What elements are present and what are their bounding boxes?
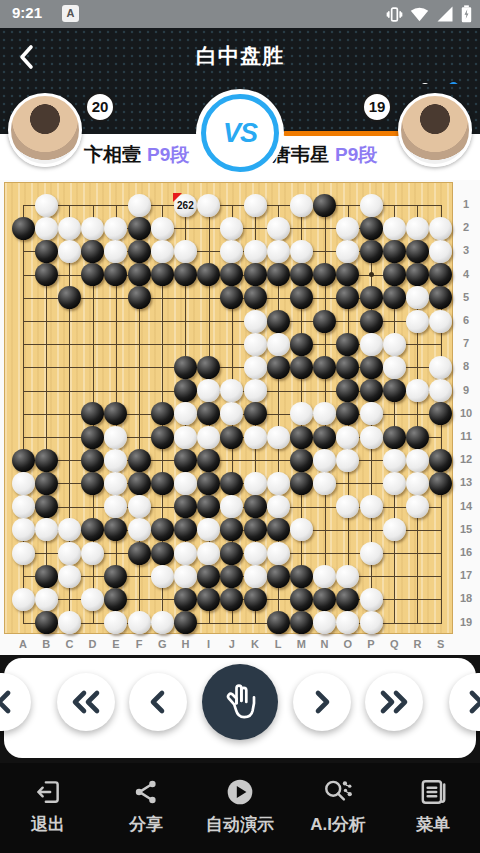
toolbar-item-play[interactable]: 自动演示 <box>192 777 288 836</box>
go-stone-black <box>81 426 104 449</box>
hand-icon <box>221 681 259 723</box>
go-stone-black <box>313 310 336 333</box>
go-stone-white: 262 <box>174 194 197 217</box>
go-stone-white <box>336 565 359 588</box>
go-stone-black <box>267 565 290 588</box>
signal-icon <box>436 6 454 22</box>
fast-forward-icon <box>377 689 411 715</box>
go-stone-white <box>35 194 58 217</box>
board-letter-label: N <box>317 638 333 650</box>
bottom-toolbar: 退出 分享 自动演示 A.I分析 菜单 <box>0 763 480 853</box>
go-stone-black <box>81 472 104 495</box>
go-stone-black <box>290 611 313 634</box>
go-stone-black <box>220 426 243 449</box>
go-stone-white <box>151 240 174 263</box>
go-stone-black <box>290 333 313 356</box>
move-navigation-bar <box>0 655 480 763</box>
go-stone-white <box>81 542 104 565</box>
go-stone-black <box>174 588 197 611</box>
hand-tool-button[interactable] <box>202 664 278 740</box>
board-number-label: 18 <box>456 592 476 604</box>
board-letter-label: I <box>201 638 217 650</box>
board-number-label: 17 <box>456 569 476 581</box>
go-stone-black <box>35 263 58 286</box>
go-stone-black <box>244 495 267 518</box>
go-stone-white <box>58 542 81 565</box>
go-stone-white <box>244 542 267 565</box>
go-stone-black <box>174 611 197 634</box>
go-stone-black <box>429 472 452 495</box>
skip-start-icon <box>0 689 17 715</box>
go-stone-black <box>35 240 58 263</box>
go-stone-white <box>360 542 383 565</box>
go-stone-black <box>174 356 197 379</box>
board-letter-label: B <box>38 638 54 650</box>
vs-circle: VS <box>201 94 279 172</box>
go-stone-black <box>360 286 383 309</box>
go-stone-black <box>197 565 220 588</box>
toolbar-item-share[interactable]: 分享 <box>98 777 194 836</box>
go-stone-white <box>267 333 290 356</box>
go-stone-white <box>406 217 429 240</box>
board-number-label: 2 <box>456 221 476 233</box>
go-stone-white <box>406 495 429 518</box>
go-stone-black <box>360 379 383 402</box>
go-stone-black <box>383 240 406 263</box>
go-stone-white <box>267 217 290 240</box>
app-screen: 9:21 A 白中盘胜 20 <box>0 0 480 853</box>
go-stone-black <box>244 518 267 541</box>
go-stone-white <box>104 426 127 449</box>
ai-analyze-icon <box>290 777 386 807</box>
go-stone-black <box>151 472 174 495</box>
fast-rewind-icon <box>69 689 103 715</box>
go-stone-black <box>128 286 151 309</box>
go-stone-black <box>336 333 359 356</box>
step-back-button[interactable] <box>129 673 187 731</box>
go-stone-black <box>383 286 406 309</box>
step-forward-button[interactable] <box>293 673 351 731</box>
go-stone-white <box>383 217 406 240</box>
go-stone-white <box>197 426 220 449</box>
go-stone-black <box>267 310 290 333</box>
board-letter-label: L <box>270 638 286 650</box>
go-stone-black <box>12 449 35 472</box>
menu-icon <box>385 777 480 807</box>
go-stone-white <box>12 495 35 518</box>
go-stone-white <box>12 518 35 541</box>
toolbar-label: 退出 <box>0 813 96 836</box>
go-stone-white <box>360 426 383 449</box>
go-stone-black <box>244 588 267 611</box>
go-stone-black <box>290 449 313 472</box>
toolbar-item-exit[interactable]: 退出 <box>0 777 96 836</box>
go-stone-white <box>406 310 429 333</box>
go-stone-white <box>174 565 197 588</box>
board-number-label: 7 <box>456 337 476 349</box>
go-stone-black <box>35 449 58 472</box>
board-number-label: 14 <box>456 500 476 512</box>
go-stone-white <box>58 240 81 263</box>
go-stone-black <box>244 263 267 286</box>
board-letter-label: F <box>131 638 147 650</box>
board-number-label: 6 <box>456 314 476 326</box>
go-stone-white <box>360 588 383 611</box>
page-title: 白中盘胜 <box>0 42 480 70</box>
go-stone-white <box>360 611 383 634</box>
go-stone-black <box>128 449 151 472</box>
toolbar-item-menu[interactable]: 菜单 <box>385 777 480 836</box>
left-player-rank: P9段 <box>147 144 189 165</box>
chevron-left-icon <box>145 689 171 715</box>
toolbar-label: 自动演示 <box>192 813 288 836</box>
go-stone-black <box>360 310 383 333</box>
go-board[interactable]: ABCDEFGHIJKLMNOPQRS123456789101112131415… <box>0 180 480 655</box>
go-stone-white <box>383 518 406 541</box>
go-stone-white <box>429 240 452 263</box>
go-stone-white <box>383 449 406 472</box>
board-letter-label: P <box>363 638 379 650</box>
go-stone-white <box>383 333 406 356</box>
go-stone-black <box>313 356 336 379</box>
go-stone-white <box>35 217 58 240</box>
go-stone-white <box>12 542 35 565</box>
go-stone-black <box>429 449 452 472</box>
board-letter-label: G <box>154 638 170 650</box>
go-stone-white <box>174 542 197 565</box>
go-stone-black <box>313 194 336 217</box>
go-stone-white <box>360 194 383 217</box>
board-letter-label: O <box>340 638 356 650</box>
toolbar-label: 分享 <box>98 813 194 836</box>
board-number-label: 12 <box>456 453 476 465</box>
go-stone-black <box>174 495 197 518</box>
go-stone-white <box>244 194 267 217</box>
go-stone-black <box>267 356 290 379</box>
go-stone-black <box>267 611 290 634</box>
go-stone-white <box>406 379 429 402</box>
go-stone-white <box>244 356 267 379</box>
right-player-name: 唐韦星P9段 <box>272 142 377 168</box>
go-stone-white <box>197 194 220 217</box>
go-stone-black <box>383 263 406 286</box>
go-stone-black <box>267 518 290 541</box>
go-stone-black <box>35 565 58 588</box>
fast-forward-button[interactable] <box>365 673 423 731</box>
go-stone-black <box>81 449 104 472</box>
go-stone-black <box>406 426 429 449</box>
go-stone-black <box>383 426 406 449</box>
ime-icon: A <box>62 5 79 22</box>
board-letter-label: Q <box>386 638 402 650</box>
board-number-label: 5 <box>456 291 476 303</box>
go-stone-black <box>197 356 220 379</box>
go-stone-black <box>197 588 220 611</box>
go-stone-white <box>104 449 127 472</box>
go-stone-black <box>151 542 174 565</box>
go-stone-black <box>197 449 220 472</box>
go-stone-white <box>406 449 429 472</box>
board-letter-label: H <box>177 638 193 650</box>
go-stone-white <box>244 310 267 333</box>
board-number-label: 15 <box>456 523 476 535</box>
go-stone-black <box>174 263 197 286</box>
go-stone-black <box>151 518 174 541</box>
go-stone-black <box>174 449 197 472</box>
go-stone-white <box>244 426 267 449</box>
go-stone-white <box>267 542 290 565</box>
go-stone-white <box>58 565 81 588</box>
go-stone-white <box>313 449 336 472</box>
left-player-avatar <box>8 93 82 167</box>
go-stone-white <box>313 472 336 495</box>
board-number-label: 19 <box>456 616 476 628</box>
board-letter-label: S <box>433 638 449 650</box>
go-stone-white <box>406 472 429 495</box>
chevron-right-icon <box>309 689 335 715</box>
go-stone-black <box>12 217 35 240</box>
go-stone-white <box>220 217 243 240</box>
go-stone-white <box>360 402 383 425</box>
go-stone-black <box>290 426 313 449</box>
board-number-label: 8 <box>456 360 476 372</box>
toolbar-label: A.I分析 <box>290 813 386 836</box>
fast-rewind-button[interactable] <box>57 673 115 731</box>
skip-end-icon <box>463 689 480 715</box>
title-bar: 白中盘胜 <box>0 28 480 84</box>
go-stone-white <box>58 217 81 240</box>
go-stone-black <box>35 472 58 495</box>
go-stone-white <box>151 565 174 588</box>
last-move-number: 262 <box>174 194 197 217</box>
go-stone-white <box>151 217 174 240</box>
share-icon <box>98 777 194 807</box>
go-stone-white <box>360 495 383 518</box>
go-stone-white <box>267 472 290 495</box>
board-number-label: 10 <box>456 407 476 419</box>
go-stone-black <box>406 263 429 286</box>
play-icon <box>192 777 288 807</box>
go-stone-black <box>35 611 58 634</box>
go-stone-black <box>244 402 267 425</box>
go-stone-white <box>429 217 452 240</box>
go-stone-white <box>290 194 313 217</box>
go-stone-white <box>336 449 359 472</box>
go-stone-black <box>360 240 383 263</box>
go-stone-white <box>336 217 359 240</box>
go-stone-white <box>313 565 336 588</box>
go-stone-black <box>290 565 313 588</box>
go-stone-black <box>313 426 336 449</box>
star-point <box>369 272 374 277</box>
board-number-label: 3 <box>456 244 476 256</box>
go-stone-black <box>151 426 174 449</box>
go-stone-black <box>174 379 197 402</box>
go-stone-black <box>290 472 313 495</box>
go-stone-white <box>244 240 267 263</box>
board-letter-label: A <box>15 638 31 650</box>
status-icons <box>386 4 472 24</box>
go-stone-white <box>267 426 290 449</box>
board-letter-label: C <box>61 638 77 650</box>
go-stone-white <box>128 611 151 634</box>
go-stone-black <box>220 565 243 588</box>
go-stone-white <box>174 472 197 495</box>
go-stone-white <box>290 240 313 263</box>
go-stone-black <box>128 472 151 495</box>
go-stone-black <box>128 240 151 263</box>
go-stone-black <box>360 217 383 240</box>
go-stone-black <box>383 379 406 402</box>
go-stone-white <box>81 217 104 240</box>
toolbar-label: 菜单 <box>385 813 480 836</box>
go-stone-white <box>244 472 267 495</box>
go-stone-black <box>406 240 429 263</box>
board-number-label: 11 <box>456 430 476 442</box>
board-number-label: 4 <box>456 268 476 280</box>
board-number-label: 13 <box>456 476 476 488</box>
board-number-label: 1 <box>456 198 476 210</box>
go-stone-black <box>313 588 336 611</box>
go-stone-white <box>429 356 452 379</box>
go-stone-black <box>151 263 174 286</box>
players-header: 20 19 卞相壹P9段 唐韦星P9段 VS <box>0 84 480 180</box>
go-stone-white <box>12 588 35 611</box>
left-player-name: 卞相壹P9段 <box>84 142 189 168</box>
board-letter-label: J <box>224 638 240 650</box>
turn-indicator-bar <box>283 131 401 136</box>
exit-icon <box>0 777 96 807</box>
go-stone-black <box>360 356 383 379</box>
clock: 9:21 <box>12 4 42 21</box>
go-stone-white <box>81 588 104 611</box>
go-stone-black <box>197 472 220 495</box>
board-letter-label: E <box>108 638 124 650</box>
right-player-avatar <box>398 93 472 167</box>
go-stone-white <box>128 194 151 217</box>
go-stone-white <box>429 310 452 333</box>
go-stone-white <box>35 588 58 611</box>
board-number-label: 16 <box>456 546 476 558</box>
go-stone-white <box>336 426 359 449</box>
right-capture-badge: 19 <box>362 92 392 122</box>
go-stone-white <box>104 217 127 240</box>
go-stone-white <box>58 611 81 634</box>
board-letter-label: D <box>85 638 101 650</box>
go-stone-white <box>360 333 383 356</box>
go-stone-white <box>128 495 151 518</box>
go-stone-black <box>290 356 313 379</box>
go-stone-black <box>220 542 243 565</box>
status-bar: 9:21 A <box>0 0 480 28</box>
go-stone-white <box>151 611 174 634</box>
go-stone-white <box>244 565 267 588</box>
go-stone-black <box>244 286 267 309</box>
go-stone-white <box>12 472 35 495</box>
go-stone-white <box>174 426 197 449</box>
go-stone-black <box>267 263 290 286</box>
go-stone-white <box>128 518 151 541</box>
board-letter-label: M <box>293 638 309 650</box>
go-stone-white <box>197 542 220 565</box>
go-stone-white <box>35 518 58 541</box>
go-stone-black <box>290 588 313 611</box>
go-stone-black <box>151 402 174 425</box>
battery-charging-icon <box>461 5 472 23</box>
go-stone-white <box>383 356 406 379</box>
go-stone-white <box>244 333 267 356</box>
toolbar-item-ai-analyze[interactable]: A.I分析 <box>290 777 386 836</box>
go-stone-black <box>81 240 104 263</box>
left-capture-badge: 20 <box>85 92 115 122</box>
go-stone-white <box>383 472 406 495</box>
go-stone-black <box>35 495 58 518</box>
go-stone-black <box>290 263 313 286</box>
board-number-label: 9 <box>456 384 476 396</box>
go-stone-white <box>267 240 290 263</box>
board-letter-label: K <box>247 638 263 650</box>
go-stone-white <box>267 495 290 518</box>
go-stone-black <box>128 542 151 565</box>
board-letter-label: R <box>409 638 425 650</box>
go-stone-white <box>174 240 197 263</box>
wifi-icon <box>410 6 429 22</box>
go-stone-white <box>244 379 267 402</box>
go-stone-black <box>128 263 151 286</box>
right-player-rank: P9段 <box>335 144 377 165</box>
go-stone-black <box>104 565 127 588</box>
vibrate-icon <box>386 6 403 23</box>
go-stone-black <box>128 217 151 240</box>
